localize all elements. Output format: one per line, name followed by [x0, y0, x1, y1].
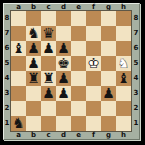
square-a6[interactable]: ♝ [11, 41, 26, 56]
square-d3[interactable]: ♟ [56, 86, 71, 101]
rank-label: 3 [133, 86, 139, 101]
file-label: f [86, 132, 101, 138]
square-f1[interactable] [86, 116, 101, 131]
piece-black-bishop: ♝ [116, 71, 131, 86]
square-d7[interactable] [56, 26, 71, 41]
piece-black-pawn: ♟ [26, 56, 41, 71]
square-c4[interactable]: ♜ [41, 71, 56, 86]
square-d1[interactable] [56, 116, 71, 131]
square-e8[interactable] [71, 11, 86, 26]
square-b7[interactable]: ♞ [26, 26, 41, 41]
square-e4[interactable] [71, 71, 86, 86]
square-g3[interactable]: ♟ [101, 86, 116, 101]
square-c1[interactable] [41, 116, 56, 131]
rank-label: 2 [133, 101, 139, 116]
square-f4[interactable] [86, 71, 101, 86]
square-e1[interactable] [71, 116, 86, 131]
square-c6[interactable]: ♟ [41, 41, 56, 56]
square-h4[interactable]: ♝ [116, 71, 131, 86]
square-c8[interactable] [41, 11, 56, 26]
piece-black-rook: ♜ [26, 71, 41, 86]
file-label: e [71, 132, 86, 138]
rank-label: 5 [133, 56, 139, 71]
square-a2[interactable] [11, 101, 26, 116]
square-c7[interactable]: ♛ [41, 26, 56, 41]
square-h6[interactable] [116, 41, 131, 56]
square-d2[interactable] [56, 101, 71, 116]
file-label: a [11, 132, 26, 138]
piece-white-knight-fill: ♞ [116, 56, 131, 71]
square-b4[interactable]: ♜ [26, 71, 41, 86]
square-e7[interactable] [71, 26, 86, 41]
piece-black-pawn: ♟ [56, 41, 71, 56]
square-b8[interactable] [26, 11, 41, 26]
square-f3[interactable] [86, 86, 101, 101]
square-d4[interactable]: ♟ [56, 71, 71, 86]
piece-white-king-fill: ♚ [86, 56, 101, 71]
square-a4[interactable] [11, 71, 26, 86]
square-g4[interactable] [101, 71, 116, 86]
square-h5[interactable]: ♞♘ [116, 56, 131, 71]
square-f8[interactable] [86, 11, 101, 26]
square-c3[interactable]: ♟ [41, 86, 56, 101]
chess-diagram: abcdefgh 87654321 ♞♛♝♟♟♟♟♚♚♔♞♘♜♜♟♝♟♟♟♞ 8… [0, 0, 145, 145]
piece-black-rook: ♜ [41, 71, 56, 86]
square-g7[interactable] [101, 26, 116, 41]
square-a3[interactable] [11, 86, 26, 101]
square-h8[interactable] [116, 11, 131, 26]
square-d5[interactable]: ♚ [56, 56, 71, 71]
rank-label: 7 [133, 26, 139, 41]
file-label: b [26, 132, 41, 138]
rank-label: 4 [133, 71, 139, 86]
square-e5[interactable] [71, 56, 86, 71]
square-b6[interactable]: ♟ [26, 41, 41, 56]
piece-black-pawn: ♟ [26, 41, 41, 56]
piece-black-knight: ♞ [26, 26, 41, 41]
square-g8[interactable] [101, 11, 116, 26]
piece-black-pawn: ♟ [41, 41, 56, 56]
square-f5[interactable]: ♚♔ [86, 56, 101, 71]
piece-white-knight: ♘ [116, 56, 131, 71]
board-frame: abcdefgh 87654321 ♞♛♝♟♟♟♟♚♚♔♞♘♜♜♟♝♟♟♟♞ 8… [3, 3, 140, 140]
square-g5[interactable] [101, 56, 116, 71]
square-e3[interactable] [71, 86, 86, 101]
square-g1[interactable] [101, 116, 116, 131]
file-label: d [56, 132, 71, 138]
file-label: h [116, 132, 131, 138]
rank-labels-right: 87654321 [133, 11, 139, 131]
square-e2[interactable] [71, 101, 86, 116]
piece-black-pawn: ♟ [101, 86, 116, 101]
rank-label: 1 [133, 116, 139, 131]
square-g2[interactable] [101, 101, 116, 116]
square-a7[interactable] [11, 26, 26, 41]
square-c5[interactable] [41, 56, 56, 71]
square-h1[interactable] [116, 116, 131, 131]
square-a1[interactable]: ♞ [11, 116, 26, 131]
square-b2[interactable] [26, 101, 41, 116]
piece-black-queen: ♛ [41, 26, 56, 41]
square-d6[interactable]: ♟ [56, 41, 71, 56]
square-h3[interactable] [116, 86, 131, 101]
square-f2[interactable] [86, 101, 101, 116]
square-h2[interactable] [116, 101, 131, 116]
square-f7[interactable] [86, 26, 101, 41]
square-d8[interactable] [56, 11, 71, 26]
rank-label: 8 [133, 11, 139, 26]
chess-board: ♞♛♝♟♟♟♟♚♚♔♞♘♜♜♟♝♟♟♟♞ [10, 10, 132, 132]
piece-black-pawn: ♟ [41, 86, 56, 101]
file-label: g [101, 132, 116, 138]
square-c2[interactable] [41, 101, 56, 116]
square-a8[interactable] [11, 11, 26, 26]
square-b5[interactable]: ♟ [26, 56, 41, 71]
file-labels-bottom: abcdefgh [11, 132, 131, 138]
square-b3[interactable] [26, 86, 41, 101]
square-e6[interactable] [71, 41, 86, 56]
piece-black-pawn: ♟ [56, 86, 71, 101]
square-g6[interactable] [101, 41, 116, 56]
square-b1[interactable] [26, 116, 41, 131]
rank-label: 6 [133, 41, 139, 56]
square-a5[interactable] [11, 56, 26, 71]
piece-black-pawn: ♟ [56, 71, 71, 86]
piece-black-knight: ♞ [11, 116, 26, 131]
square-f6[interactable] [86, 41, 101, 56]
square-h7[interactable] [116, 26, 131, 41]
piece-black-king: ♚ [56, 56, 71, 71]
file-label: c [41, 132, 56, 138]
piece-black-bishop: ♝ [11, 41, 26, 56]
piece-white-king: ♔ [86, 56, 101, 71]
